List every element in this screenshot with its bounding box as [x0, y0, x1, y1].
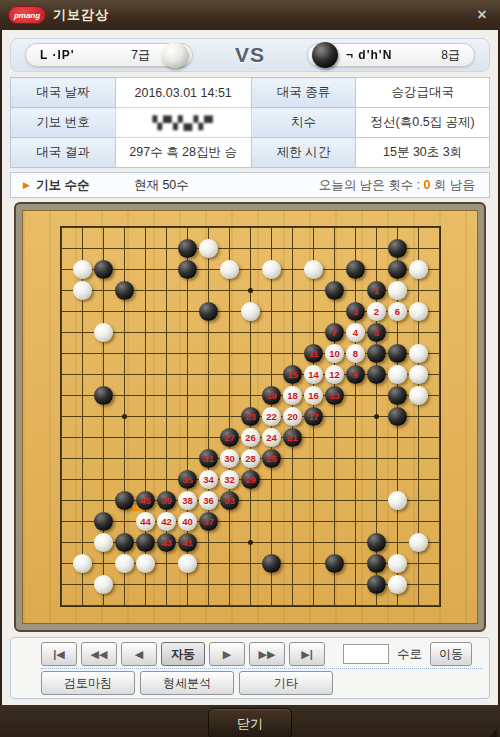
- white-stone-8-2: [199, 239, 218, 258]
- white-stone-11-3: [262, 260, 281, 279]
- label-time-limit: 제한 시간: [251, 138, 356, 168]
- remaining-views-text: 오늘의 남은 횟수 : 0 회 남음: [319, 177, 475, 194]
- move-number: 38: [182, 496, 193, 506]
- white-stone-17-8: [388, 365, 407, 384]
- move-number: 2: [374, 307, 379, 317]
- black-stone-8-5: [199, 302, 218, 321]
- black-stone-13-7: 11: [304, 344, 323, 363]
- white-stone-18-16: [409, 533, 428, 552]
- move-number: 31: [203, 454, 214, 464]
- white-stone-12-10: 20: [283, 407, 302, 426]
- divider: [41, 668, 483, 669]
- white-stone-16-5: 2: [367, 302, 386, 321]
- black-player-rank: 8급: [441, 47, 460, 64]
- white-stone-9-13: 32: [220, 470, 239, 489]
- white-player-rank: 7급: [131, 47, 150, 64]
- move-number: 3: [353, 307, 358, 317]
- move-number: 10: [329, 349, 340, 359]
- black-stone-15-5: 3: [346, 302, 365, 321]
- white-stone-11-11: 24: [262, 428, 281, 447]
- move-number: 5: [374, 328, 379, 338]
- title-bar: pmang 기보감상 ×: [0, 0, 500, 30]
- value-game-type: 승강급대국: [356, 78, 490, 108]
- black-stone-12-11: 21: [283, 428, 302, 447]
- arrow-icon: ▶: [23, 180, 30, 190]
- black-stone-16-4: 1: [367, 281, 386, 300]
- table-row: 대국 결과 297수 흑 28집반 승 제한 시간 15분 30초 3회: [11, 138, 490, 168]
- move-number: 36: [203, 496, 214, 506]
- move-number: 15: [287, 370, 298, 380]
- black-stone-8-15: 37: [199, 512, 218, 531]
- label-game-date: 대국 날짜: [11, 78, 116, 108]
- white-player-name: L ·IP': [30, 48, 75, 62]
- black-stone-6-14: 39: [157, 491, 176, 510]
- nav-last-button[interactable]: ▶|: [289, 642, 325, 666]
- white-stone-5-17: [136, 554, 155, 573]
- nav-forward-button[interactable]: ▶: [209, 642, 245, 666]
- resize-grip-icon[interactable]: ◢: [486, 725, 497, 737]
- close-icon[interactable]: ×: [472, 7, 492, 23]
- move-number: 41: [182, 538, 193, 548]
- black-stone-4-14: [115, 491, 134, 510]
- black-stone-16-8: [367, 365, 386, 384]
- nav-back-button[interactable]: ◀: [121, 642, 157, 666]
- goto-move-button[interactable]: 이동: [430, 642, 472, 666]
- black-stone-8-12: 31: [199, 449, 218, 468]
- black-stone-17-9: [388, 386, 407, 405]
- white-stone-2-4: [73, 281, 92, 300]
- black-stone-3-15: [94, 512, 113, 531]
- label-record-number: 기보 번호: [11, 108, 116, 138]
- game-record-viewer-window: pmang 기보감상 × L ·IP' 7급 VS ¬ d'h'N 8급 대국 …: [0, 0, 500, 737]
- black-stone-10-10: 23: [241, 407, 260, 426]
- white-player-plate: L ·IP' 7급: [25, 43, 193, 67]
- label-handicap: 치수: [251, 108, 356, 138]
- move-number: 24: [266, 433, 277, 443]
- black-stone-9-14: 33: [220, 491, 239, 510]
- star-point: [374, 414, 379, 419]
- black-stone-14-6: 7: [325, 323, 344, 342]
- black-stone-10-13: 29: [241, 470, 260, 489]
- black-stone-7-16: 41: [178, 533, 197, 552]
- move-number: 27: [224, 433, 235, 443]
- value-record-number: ▚▀▞▄▚▀: [115, 108, 251, 138]
- close-button[interactable]: 닫기: [208, 708, 292, 737]
- move-number: 29: [245, 475, 256, 485]
- star-point: [122, 414, 127, 419]
- white-stone-11-10: 22: [262, 407, 281, 426]
- move-number: 35: [182, 475, 193, 485]
- nav-fast-back-button[interactable]: ◀◀: [81, 642, 117, 666]
- white-stone-18-9: [409, 386, 428, 405]
- white-stone-13-3: [304, 260, 323, 279]
- move-sequence-label: 기보 수순: [36, 177, 116, 194]
- game-info-table: 대국 날짜 2016.03.01 14:51 대국 종류 승강급대국 기보 번호…: [10, 77, 490, 168]
- label-game-result: 대국 결과: [11, 138, 116, 168]
- black-stone-7-2: [178, 239, 197, 258]
- value-game-date: 2016.03.01 14:51: [115, 78, 251, 108]
- black-stone-9-11: 27: [220, 428, 239, 447]
- move-number: 17: [308, 412, 319, 422]
- white-stone-14-8: 12: [325, 365, 344, 384]
- star-point: [248, 288, 253, 293]
- go-board-frame: 1326745111081514129191816132322201727262…: [14, 202, 486, 632]
- white-stone-7-14: 38: [178, 491, 197, 510]
- move-number: 43: [161, 538, 172, 548]
- black-stone-5-16: [136, 533, 155, 552]
- white-stone-17-14: [388, 491, 407, 510]
- goto-move-input[interactable]: [343, 644, 389, 664]
- white-stone-2-3: [73, 260, 92, 279]
- black-stone-17-7: [388, 344, 407, 363]
- white-stone-15-6: 4: [346, 323, 365, 342]
- nav-row: |◀ ◀◀ ◀ 자동 ▶ ▶▶ ▶| 수로 이동: [41, 642, 483, 666]
- black-stone-14-9: 13: [325, 386, 344, 405]
- white-stone-13-8: 14: [304, 365, 323, 384]
- black-stone-4-16: [115, 533, 134, 552]
- move-number: 42: [161, 517, 172, 527]
- black-stone-11-9: 19: [262, 386, 281, 405]
- black-stone-5-14: 45: [136, 491, 155, 510]
- go-board-grid[interactable]: 1326745111081514129191816132322201727262…: [51, 217, 450, 616]
- white-stone-14-7: 10: [325, 344, 344, 363]
- black-stone-16-18: [367, 575, 386, 594]
- move-number: 7: [332, 328, 337, 338]
- move-number: 19: [266, 391, 277, 401]
- vs-label: VS: [235, 43, 265, 67]
- move-number: 37: [203, 517, 214, 527]
- white-stone-7-15: 40: [178, 512, 197, 531]
- value-game-result: 297수 흑 28집반 승: [115, 138, 251, 168]
- black-stone-11-17: [262, 554, 281, 573]
- black-stone-16-17: [367, 554, 386, 573]
- white-stone-13-9: 16: [304, 386, 323, 405]
- move-number: 30: [224, 454, 235, 464]
- black-stone-3-9: [94, 386, 113, 405]
- white-stone-18-8: [409, 365, 428, 384]
- white-stone-18-5: [409, 302, 428, 321]
- move-number: 12: [329, 370, 340, 380]
- white-stone-10-11: 26: [241, 428, 260, 447]
- move-number: 13: [329, 391, 340, 401]
- label-game-type: 대국 종류: [251, 78, 356, 108]
- current-move-count: 현재 50수: [134, 177, 189, 194]
- move-number: 16: [308, 391, 319, 401]
- black-stone-17-10: [388, 407, 407, 426]
- black-stone-15-8: 9: [346, 365, 365, 384]
- move-number: 28: [245, 454, 256, 464]
- move-number: 32: [224, 475, 235, 485]
- move-number: 44: [140, 517, 151, 527]
- black-stone-icon: [312, 42, 338, 68]
- nav-first-button[interactable]: |◀: [41, 642, 77, 666]
- white-stone-17-4: [388, 281, 407, 300]
- black-stone-12-8: 15: [283, 365, 302, 384]
- white-stone-2-17: [73, 554, 92, 573]
- black-player-plate: ¬ d'h'N 8급: [307, 43, 475, 67]
- window-title: 기보감상: [53, 6, 109, 24]
- black-stone-16-16: [367, 533, 386, 552]
- move-number: 1: [374, 286, 379, 296]
- white-stone-17-5: 6: [388, 302, 407, 321]
- white-stone-9-12: 30: [220, 449, 239, 468]
- black-stone-11-12: 25: [262, 449, 281, 468]
- last-move-marker-icon: [133, 504, 141, 511]
- move-number: 14: [308, 370, 319, 380]
- white-stone-icon: [162, 42, 188, 68]
- white-stone-18-7: [409, 344, 428, 363]
- move-number: 45: [140, 496, 151, 506]
- white-stone-7-17: [178, 554, 197, 573]
- black-stone-7-3: [178, 260, 197, 279]
- white-stone-3-16: [94, 533, 113, 552]
- move-number: 6: [395, 307, 400, 317]
- black-stone-14-17: [325, 554, 344, 573]
- value-handicap: 정선(흑0.5집 공제): [356, 108, 490, 138]
- white-stone-17-18: [388, 575, 407, 594]
- black-stone-16-7: [367, 344, 386, 363]
- table-row: 대국 날짜 2016.03.01 14:51 대국 종류 승강급대국: [11, 78, 490, 108]
- etc-button[interactable]: 기타: [239, 671, 333, 695]
- black-stone-15-3: [346, 260, 365, 279]
- white-stone-17-17: [388, 554, 407, 573]
- go-board-wood: 1326745111081514129191816132322201727262…: [22, 210, 478, 624]
- white-stone-15-7: 8: [346, 344, 365, 363]
- move-number: 18: [287, 391, 298, 401]
- black-stone-14-4: [325, 281, 344, 300]
- move-number: 4: [353, 328, 358, 338]
- white-stone-18-3: [409, 260, 428, 279]
- goto-move-label: 수로: [397, 646, 422, 663]
- white-stone-10-5: [241, 302, 260, 321]
- white-stone-12-9: 18: [283, 386, 302, 405]
- move-number: 11: [308, 349, 318, 359]
- players-band: L ·IP' 7급 VS ¬ d'h'N 8급: [10, 38, 490, 72]
- white-stone-8-14: 36: [199, 491, 218, 510]
- black-stone-3-3: [94, 260, 113, 279]
- move-number: 22: [266, 412, 277, 422]
- pmang-logo-icon: pmang: [8, 6, 46, 24]
- white-stone-10-12: 28: [241, 449, 260, 468]
- black-stone-17-2: [388, 239, 407, 258]
- black-player-name: ¬ d'h'N: [344, 48, 392, 62]
- playback-controls-panel: |◀ ◀◀ ◀ 자동 ▶ ▶▶ ▶| 수로 이동 검토마침 형세분석 기타: [10, 637, 490, 699]
- white-stone-4-17: [115, 554, 134, 573]
- black-stone-4-4: [115, 281, 134, 300]
- move-number: 26: [245, 433, 256, 443]
- move-number: 9: [353, 370, 358, 380]
- footer-bar: 닫기 ◢: [0, 705, 500, 737]
- move-number: 39: [161, 496, 172, 506]
- move-number: 21: [287, 433, 298, 443]
- table-row: 기보 번호 ▚▀▞▄▚▀ 치수 정선(흑0.5집 공제): [11, 108, 490, 138]
- move-number: 8: [353, 349, 358, 359]
- move-number: 33: [224, 496, 235, 506]
- white-stone-3-18: [94, 575, 113, 594]
- black-stone-6-16: 43: [157, 533, 176, 552]
- star-point: [248, 540, 253, 545]
- white-stone-9-3: [220, 260, 239, 279]
- move-number: 40: [182, 517, 193, 527]
- nav-fast-forward-button[interactable]: ▶▶: [249, 642, 285, 666]
- white-stone-3-6: [94, 323, 113, 342]
- move-sequence-bar: ▶ 기보 수순 현재 50수 오늘의 남은 횟수 : 0 회 남음: [10, 172, 490, 198]
- window-content: L ·IP' 7급 VS ¬ d'h'N 8급 대국 날짜 2016.03.01…: [0, 30, 500, 737]
- black-stone-13-10: 17: [304, 407, 323, 426]
- move-number: 20: [287, 412, 298, 422]
- tools-row: 검토마침 형세분석 기타: [41, 671, 483, 695]
- nav-auto-button[interactable]: 자동: [161, 642, 205, 666]
- white-stone-5-15: 44: [136, 512, 155, 531]
- white-stone-6-15: 42: [157, 512, 176, 531]
- remaining-count: 0: [424, 178, 431, 192]
- move-number: 23: [245, 412, 256, 422]
- black-stone-17-3: [388, 260, 407, 279]
- value-time-limit: 15분 30초 3회: [356, 138, 490, 168]
- review-end-button[interactable]: 검토마침: [41, 671, 135, 695]
- shape-analysis-button[interactable]: 형세분석: [140, 671, 234, 695]
- move-number: 34: [203, 475, 214, 485]
- black-stone-7-13: 35: [178, 470, 197, 489]
- white-stone-8-13: 34: [199, 470, 218, 489]
- black-stone-16-6: 5: [367, 323, 386, 342]
- move-number: 25: [266, 454, 277, 464]
